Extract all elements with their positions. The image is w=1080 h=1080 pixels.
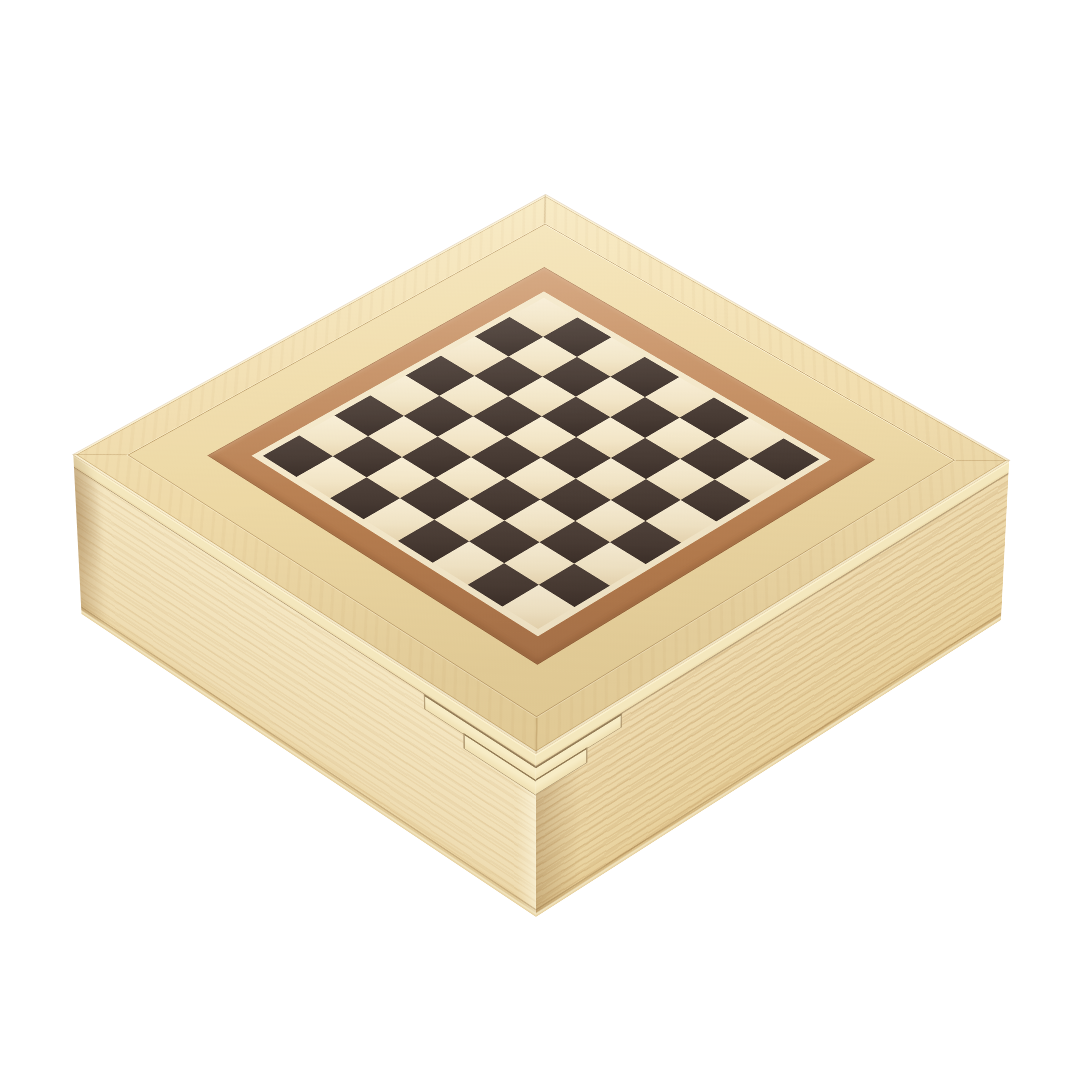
rim-miter-joint [74, 454, 130, 455]
rim-miter-joint [536, 715, 538, 753]
chess-board [263, 298, 819, 629]
product-photo-background [0, 0, 1080, 1080]
rim-miter-joint [544, 195, 545, 225]
cream-pinstripe [251, 291, 830, 636]
rim-miter-joint [952, 460, 1009, 461]
